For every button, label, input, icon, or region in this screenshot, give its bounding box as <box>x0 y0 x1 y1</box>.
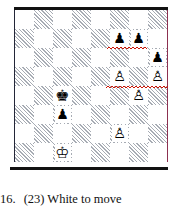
caption: 16.(23) White to move <box>0 192 171 207</box>
square-e6 <box>91 48 110 67</box>
square-e8 <box>91 10 110 29</box>
square-a8 <box>15 10 34 29</box>
square-d6 <box>72 48 91 67</box>
square-b6 <box>34 48 53 67</box>
square-b1 <box>34 143 53 162</box>
square-h1 <box>148 143 167 162</box>
square-a4 <box>15 86 34 105</box>
square-g8 <box>129 10 148 29</box>
square-d2 <box>72 124 91 143</box>
square-c6 <box>53 48 72 67</box>
square-a1 <box>15 143 34 162</box>
square-e4 <box>91 86 110 105</box>
square-d7 <box>72 29 91 48</box>
square-c1: ♔ <box>53 143 72 162</box>
square-b8 <box>34 10 53 29</box>
square-h6: ♟ <box>148 48 167 67</box>
white-pawn: ♙ <box>112 125 128 142</box>
square-f2: ♙ <box>110 124 129 143</box>
red-squiggle-rank5 <box>106 85 168 89</box>
square-e1 <box>91 143 110 162</box>
square-c4: ♚ <box>53 86 72 105</box>
square-d4 <box>72 86 91 105</box>
square-g5 <box>129 67 148 86</box>
white-pawn: ♙ <box>150 68 166 85</box>
square-h8 <box>148 10 167 29</box>
square-f4 <box>110 86 129 105</box>
square-h2 <box>148 124 167 143</box>
square-f5: ♙ <box>110 67 129 86</box>
square-a3 <box>15 105 34 124</box>
square-g3 <box>129 105 148 124</box>
square-h7 <box>148 29 167 48</box>
square-d8 <box>72 10 91 29</box>
square-c2 <box>53 124 72 143</box>
red-squiggle-rank7 <box>107 46 148 50</box>
square-c8 <box>53 10 72 29</box>
square-b7 <box>34 29 53 48</box>
square-f8 <box>110 10 129 29</box>
square-a7 <box>15 29 34 48</box>
caption-number: 16. <box>0 192 16 206</box>
square-h5: ♙ <box>148 67 167 86</box>
square-b2 <box>34 124 53 143</box>
square-c3: ♟ <box>53 105 72 124</box>
square-f1 <box>110 143 129 162</box>
square-f6 <box>110 48 129 67</box>
diagram-page: ♟♟♟♙♙♚♙♟♙♔ 16.(23) White to move <box>0 0 171 216</box>
square-g4: ♙ <box>129 86 148 105</box>
square-g6 <box>129 48 148 67</box>
white-pawn: ♙ <box>112 68 128 85</box>
square-f3 <box>110 105 129 124</box>
square-a2 <box>15 124 34 143</box>
square-b5 <box>34 67 53 86</box>
square-h3 <box>148 105 167 124</box>
square-g1 <box>129 143 148 162</box>
square-c7 <box>53 29 72 48</box>
square-b3 <box>34 105 53 124</box>
square-c5 <box>53 67 72 86</box>
square-h4 <box>148 86 167 105</box>
square-d3 <box>72 105 91 124</box>
square-e2 <box>91 124 110 143</box>
square-a5 <box>15 67 34 86</box>
square-e5 <box>91 67 110 86</box>
square-d5 <box>72 67 91 86</box>
black-pawn: ♟ <box>55 106 71 123</box>
black-pawn: ♟ <box>150 49 166 66</box>
square-a6 <box>15 48 34 67</box>
board-bottom-rule <box>10 167 168 170</box>
square-d1 <box>72 143 91 162</box>
square-e3 <box>91 105 110 124</box>
square-b4 <box>34 86 53 105</box>
caption-text: (23) White to move <box>24 192 122 206</box>
black-king: ♚ <box>55 87 71 104</box>
square-g2 <box>129 124 148 143</box>
white-king: ♔ <box>55 144 71 161</box>
white-pawn: ♙ <box>131 87 147 104</box>
black-pawn: ♟ <box>131 30 147 47</box>
black-pawn: ♟ <box>112 30 128 47</box>
